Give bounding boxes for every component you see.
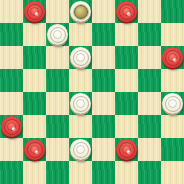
- square-r4c7[interactable]: [161, 92, 184, 115]
- square-r4c1[interactable]: [23, 92, 46, 115]
- square-r2c5[interactable]: [115, 46, 138, 69]
- red-man[interactable]: [116, 1, 137, 22]
- square-r1c1[interactable]: [23, 23, 46, 46]
- square-r1c2[interactable]: [46, 23, 69, 46]
- square-r2c3[interactable]: [69, 46, 92, 69]
- square-r0c5[interactable]: [115, 0, 138, 23]
- square-r6c5[interactable]: [115, 138, 138, 161]
- square-r3c0[interactable]: [0, 69, 23, 92]
- square-r7c1[interactable]: [23, 161, 46, 184]
- square-r2c2[interactable]: [46, 46, 69, 69]
- square-r6c0[interactable]: [0, 138, 23, 161]
- square-r0c0[interactable]: [0, 0, 23, 23]
- checkers-board: [0, 0, 184, 184]
- square-r7c7[interactable]: [161, 161, 184, 184]
- white-man[interactable]: [70, 139, 91, 160]
- white-man[interactable]: [70, 93, 91, 114]
- square-r3c3[interactable]: [69, 69, 92, 92]
- square-r6c7[interactable]: [161, 138, 184, 161]
- square-r7c2[interactable]: [46, 161, 69, 184]
- square-r1c4[interactable]: [92, 23, 115, 46]
- square-r7c3[interactable]: [69, 161, 92, 184]
- square-r5c5[interactable]: [115, 115, 138, 138]
- square-r5c3[interactable]: [69, 115, 92, 138]
- square-r3c7[interactable]: [161, 69, 184, 92]
- square-r6c4[interactable]: [92, 138, 115, 161]
- square-r1c5[interactable]: [115, 23, 138, 46]
- square-r5c7[interactable]: [161, 115, 184, 138]
- square-r3c4[interactable]: [92, 69, 115, 92]
- red-man[interactable]: [116, 139, 137, 160]
- square-r1c6[interactable]: [138, 23, 161, 46]
- square-r3c5[interactable]: [115, 69, 138, 92]
- red-man[interactable]: [162, 47, 183, 68]
- square-r7c4[interactable]: [92, 161, 115, 184]
- square-r0c4[interactable]: [92, 0, 115, 23]
- square-r2c6[interactable]: [138, 46, 161, 69]
- square-r4c3[interactable]: [69, 92, 92, 115]
- square-r0c2[interactable]: [46, 0, 69, 23]
- white-man[interactable]: [47, 24, 68, 45]
- red-man[interactable]: [1, 116, 22, 137]
- white-king[interactable]: [70, 1, 91, 22]
- square-r5c1[interactable]: [23, 115, 46, 138]
- square-r6c1[interactable]: [23, 138, 46, 161]
- square-r4c5[interactable]: [115, 92, 138, 115]
- square-r3c6[interactable]: [138, 69, 161, 92]
- square-r0c6[interactable]: [138, 0, 161, 23]
- square-r0c3[interactable]: [69, 0, 92, 23]
- square-r0c7[interactable]: [161, 0, 184, 23]
- square-r0c1[interactable]: [23, 0, 46, 23]
- square-r3c2[interactable]: [46, 69, 69, 92]
- square-r1c3[interactable]: [69, 23, 92, 46]
- square-r4c0[interactable]: [0, 92, 23, 115]
- red-man[interactable]: [24, 139, 45, 160]
- square-r1c0[interactable]: [0, 23, 23, 46]
- square-r6c2[interactable]: [46, 138, 69, 161]
- square-r2c0[interactable]: [0, 46, 23, 69]
- white-man[interactable]: [70, 47, 91, 68]
- square-r5c6[interactable]: [138, 115, 161, 138]
- square-r7c0[interactable]: [0, 161, 23, 184]
- square-r7c5[interactable]: [115, 161, 138, 184]
- square-r4c4[interactable]: [92, 92, 115, 115]
- square-r4c2[interactable]: [46, 92, 69, 115]
- square-r1c7[interactable]: [161, 23, 184, 46]
- square-r4c6[interactable]: [138, 92, 161, 115]
- square-r5c4[interactable]: [92, 115, 115, 138]
- square-r6c3[interactable]: [69, 138, 92, 161]
- white-man[interactable]: [162, 93, 183, 114]
- square-r6c6[interactable]: [138, 138, 161, 161]
- square-r2c1[interactable]: [23, 46, 46, 69]
- red-man[interactable]: [24, 1, 45, 22]
- square-r5c2[interactable]: [46, 115, 69, 138]
- square-r5c0[interactable]: [0, 115, 23, 138]
- square-r2c7[interactable]: [161, 46, 184, 69]
- square-r2c4[interactable]: [92, 46, 115, 69]
- square-r7c6[interactable]: [138, 161, 161, 184]
- square-r3c1[interactable]: [23, 69, 46, 92]
